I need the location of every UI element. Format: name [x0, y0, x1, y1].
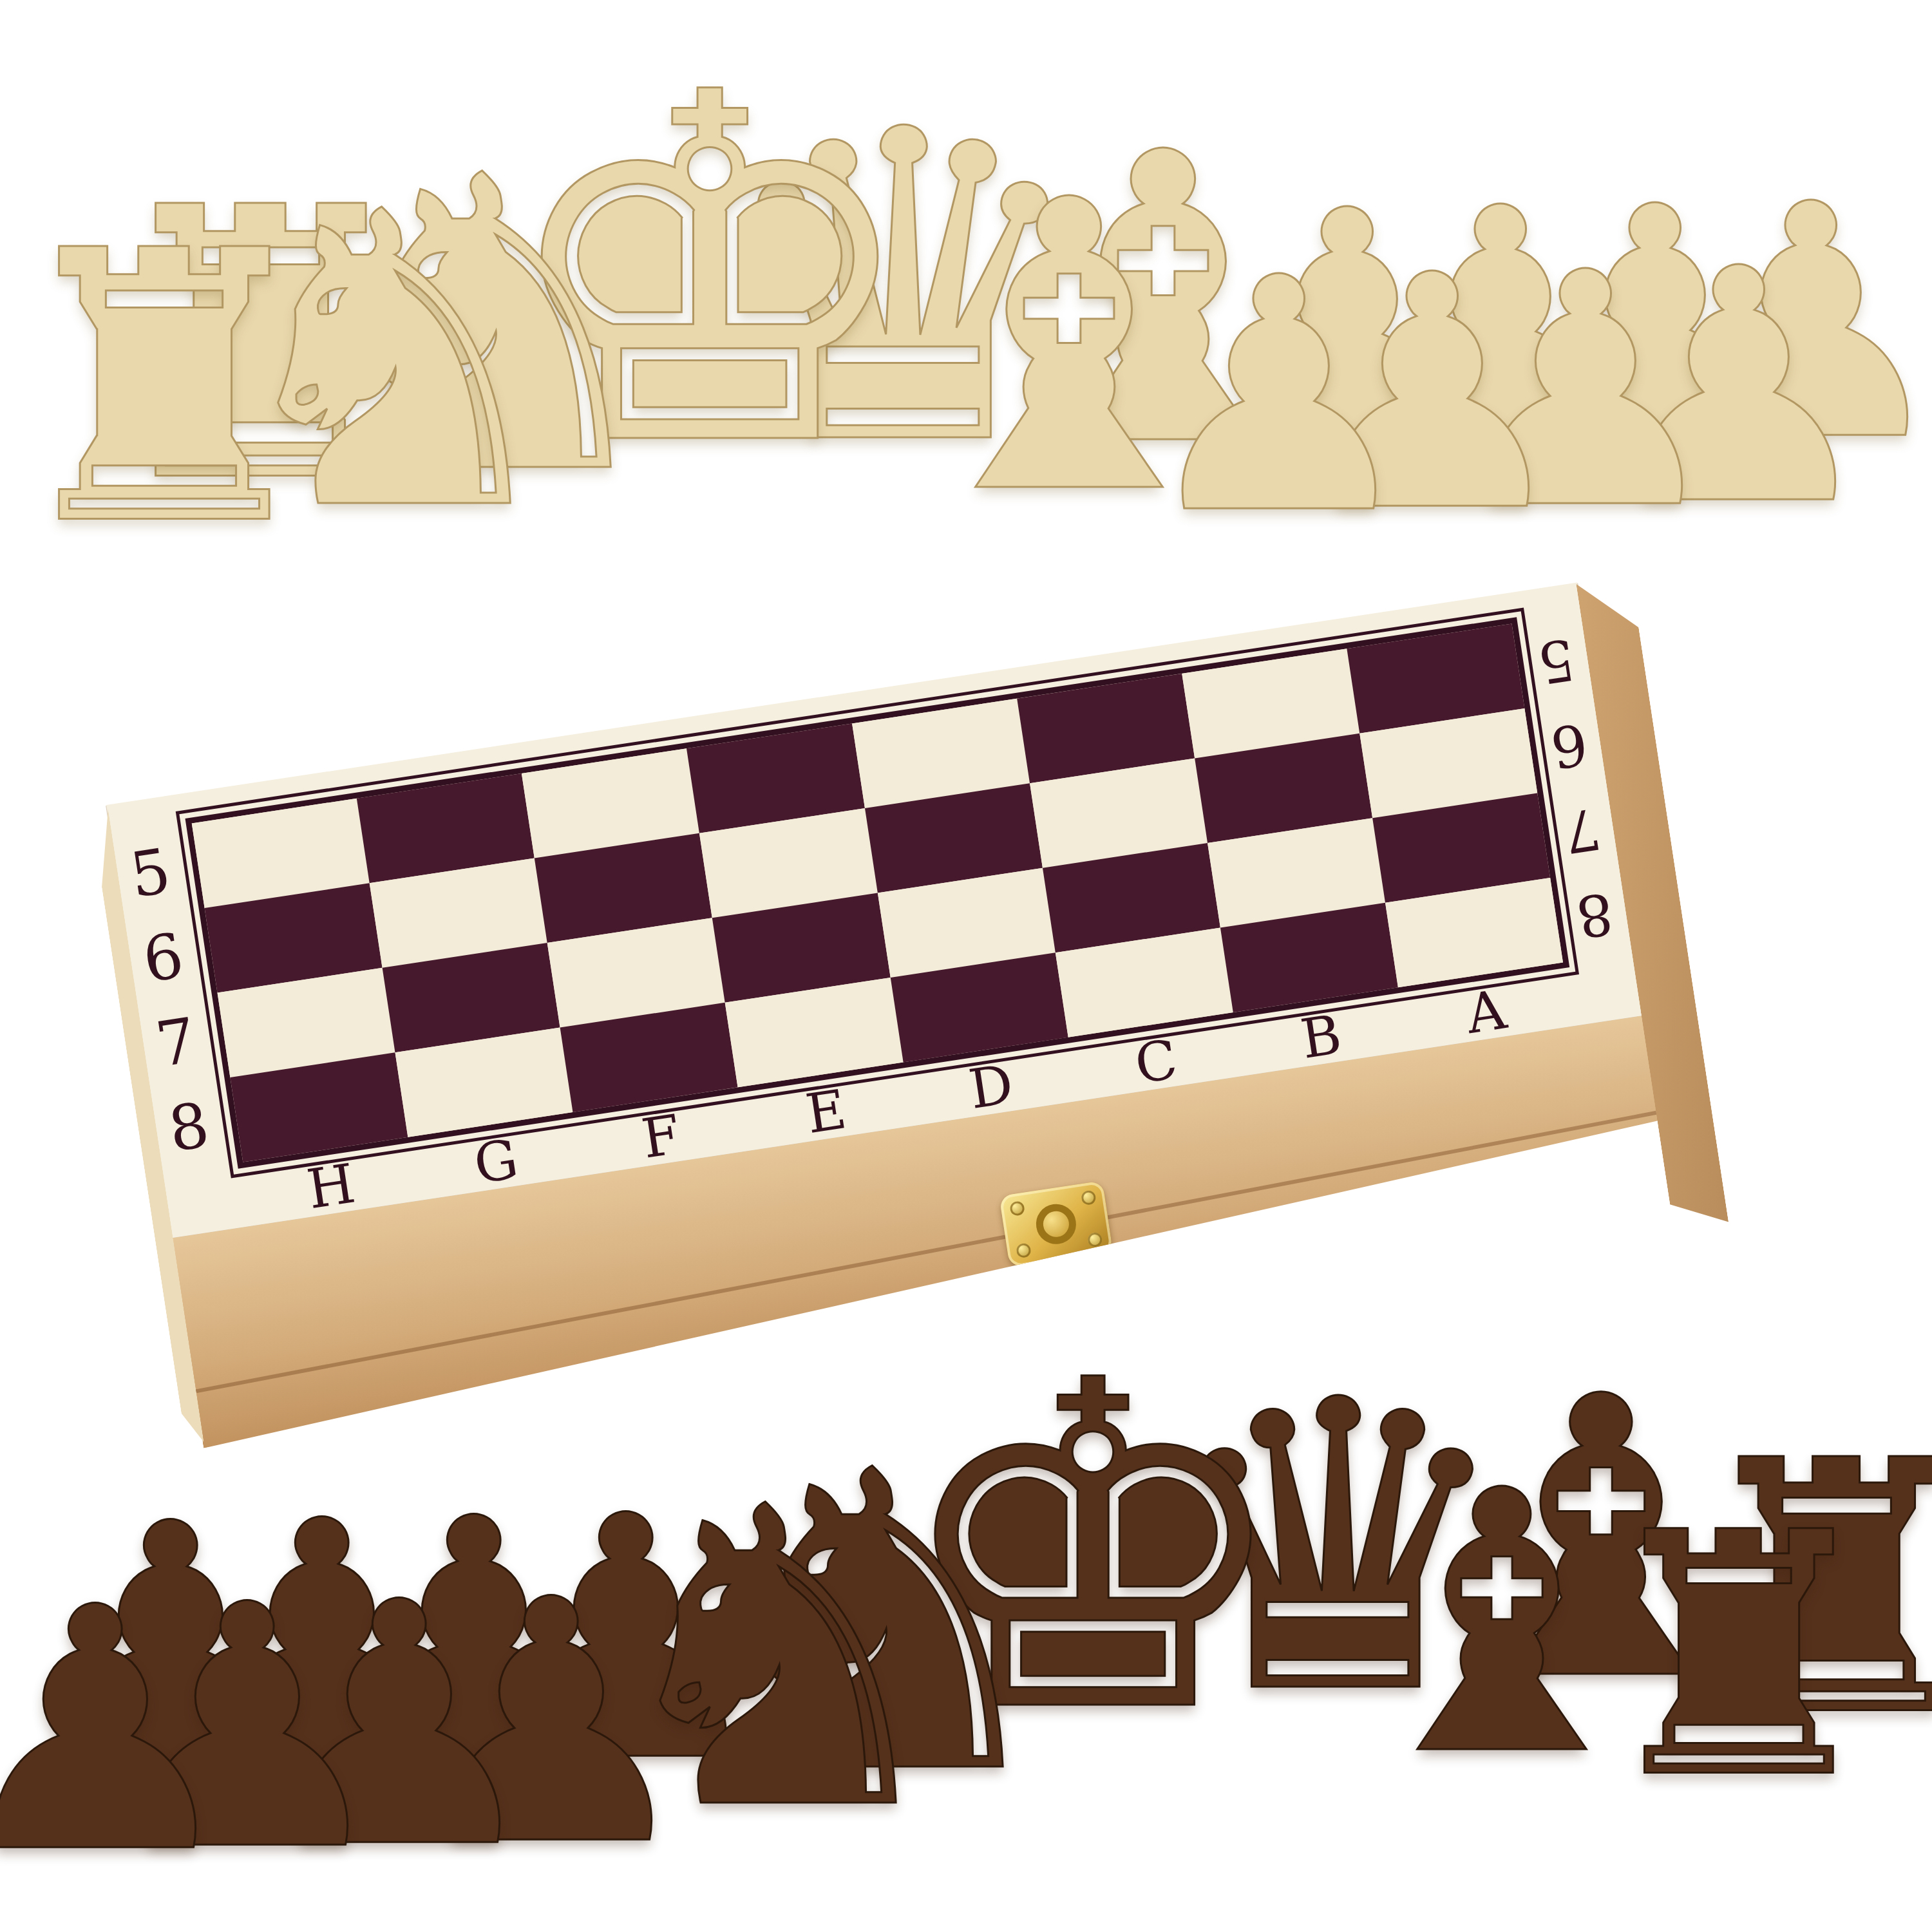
- dark-pawn[interactable]: ♟: [0, 1564, 263, 1899]
- file-label: H: [304, 1156, 359, 1217]
- file-label: A: [1463, 982, 1510, 1041]
- file-label: G: [471, 1132, 522, 1191]
- clasp-screw: [1016, 1242, 1032, 1258]
- rank-label-right: 6: [1547, 714, 1591, 775]
- rank-label-left: 5: [126, 839, 175, 906]
- clasp-screw: [1087, 1232, 1103, 1248]
- file-label: F: [638, 1107, 683, 1166]
- rank-label-right: 5: [1534, 630, 1578, 691]
- file-label: E: [802, 1082, 849, 1141]
- rank-label-right: 8: [1573, 884, 1617, 945]
- rank-label-right: 7: [1560, 799, 1604, 860]
- dark-rook[interactable]: ♜: [1571, 1489, 1906, 1824]
- rank-label-left: 6: [139, 924, 187, 991]
- file-label: D: [965, 1057, 1016, 1117]
- rank-label-left: 7: [152, 1009, 200, 1075]
- clasp-screw: [1081, 1189, 1097, 1206]
- rank-label-left: 8: [165, 1094, 213, 1160]
- light-rook[interactable]: ♜: [0, 203, 351, 576]
- clasp-latch[interactable]: [999, 1180, 1113, 1267]
- clasp-screw: [1009, 1200, 1025, 1217]
- product-photo: 56785678HGFEDCBA ♟♟♟♟♝♛♚♞♜♝♟♟♟♟♞♜ ♝♛♜♚♝♟…: [0, 0, 1932, 1932]
- file-label: B: [1298, 1007, 1345, 1066]
- clasp-ring: [1034, 1201, 1079, 1247]
- file-label: C: [1132, 1032, 1180, 1092]
- light-pawn[interactable]: ♟: [1118, 236, 1440, 558]
